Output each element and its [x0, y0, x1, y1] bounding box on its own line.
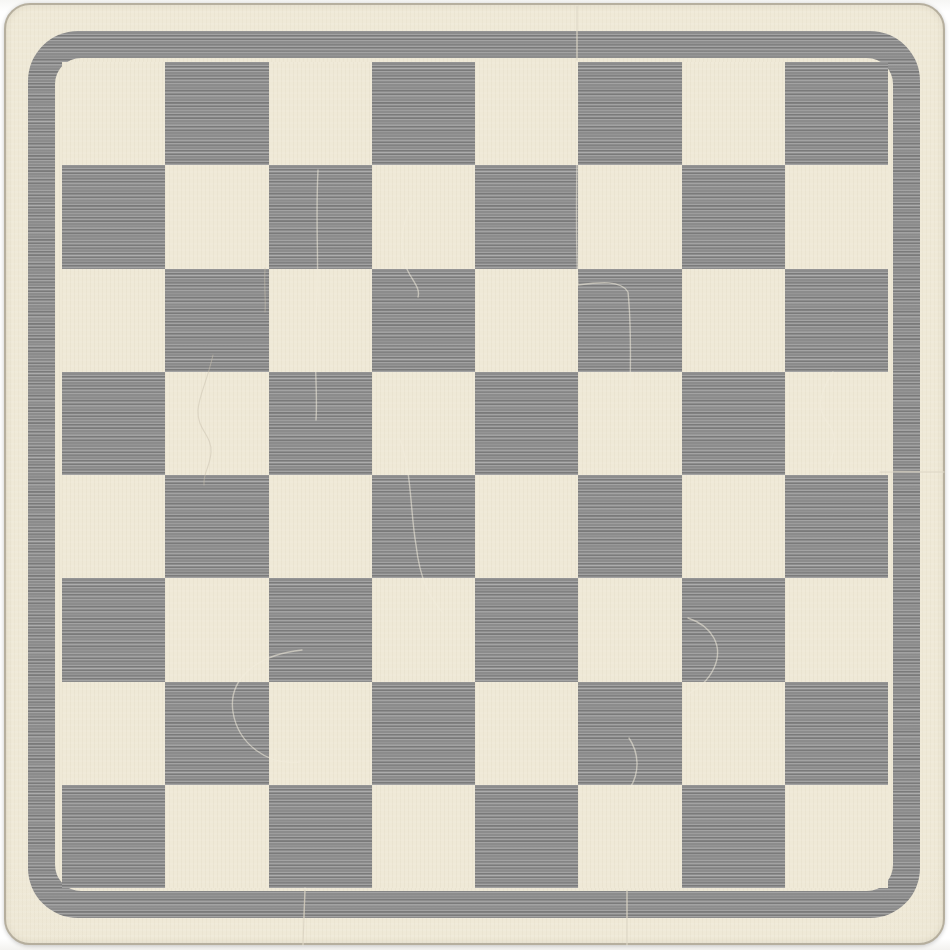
square-c5[interactable] [269, 372, 372, 475]
square-c8[interactable] [269, 62, 372, 165]
square-g3[interactable] [682, 578, 785, 681]
square-g6[interactable] [682, 269, 785, 372]
square-d5[interactable] [372, 372, 475, 475]
square-d3[interactable] [372, 578, 475, 681]
square-f2[interactable] [578, 682, 681, 785]
square-d7[interactable] [372, 165, 475, 268]
square-g7[interactable] [682, 165, 785, 268]
square-b2[interactable] [165, 682, 268, 785]
square-c1[interactable] [269, 785, 372, 888]
square-h5[interactable] [785, 372, 888, 475]
square-d8[interactable] [372, 62, 475, 165]
square-d4[interactable] [372, 475, 475, 578]
square-f8[interactable] [578, 62, 681, 165]
square-h4[interactable] [785, 475, 888, 578]
square-f7[interactable] [578, 165, 681, 268]
square-a1[interactable] [62, 785, 165, 888]
square-f5[interactable] [578, 372, 681, 475]
square-d2[interactable] [372, 682, 475, 785]
square-c2[interactable] [269, 682, 372, 785]
chessboard[interactable] [62, 62, 888, 888]
square-g1[interactable] [682, 785, 785, 888]
square-e3[interactable] [475, 578, 578, 681]
square-c3[interactable] [269, 578, 372, 681]
square-f4[interactable] [578, 475, 681, 578]
square-h6[interactable] [785, 269, 888, 372]
square-d6[interactable] [372, 269, 475, 372]
square-h7[interactable] [785, 165, 888, 268]
square-b8[interactable] [165, 62, 268, 165]
square-c7[interactable] [269, 165, 372, 268]
square-a2[interactable] [62, 682, 165, 785]
square-a4[interactable] [62, 475, 165, 578]
square-b4[interactable] [165, 475, 268, 578]
square-e1[interactable] [475, 785, 578, 888]
square-e7[interactable] [475, 165, 578, 268]
square-a3[interactable] [62, 578, 165, 681]
square-a7[interactable] [62, 165, 165, 268]
square-a6[interactable] [62, 269, 165, 372]
square-b1[interactable] [165, 785, 268, 888]
square-a8[interactable] [62, 62, 165, 165]
square-f3[interactable] [578, 578, 681, 681]
square-f6[interactable] [578, 269, 681, 372]
square-h3[interactable] [785, 578, 888, 681]
square-h2[interactable] [785, 682, 888, 785]
square-g8[interactable] [682, 62, 785, 165]
square-g4[interactable] [682, 475, 785, 578]
square-f1[interactable] [578, 785, 681, 888]
square-b6[interactable] [165, 269, 268, 372]
square-c4[interactable] [269, 475, 372, 578]
square-h8[interactable] [785, 62, 888, 165]
square-a5[interactable] [62, 372, 165, 475]
square-h1[interactable] [785, 785, 888, 888]
square-d1[interactable] [372, 785, 475, 888]
square-b3[interactable] [165, 578, 268, 681]
square-e5[interactable] [475, 372, 578, 475]
square-g2[interactable] [682, 682, 785, 785]
square-b5[interactable] [165, 372, 268, 475]
square-e2[interactable] [475, 682, 578, 785]
square-e4[interactable] [475, 475, 578, 578]
square-c6[interactable] [269, 269, 372, 372]
square-e6[interactable] [475, 269, 578, 372]
square-e8[interactable] [475, 62, 578, 165]
square-b7[interactable] [165, 165, 268, 268]
square-g5[interactable] [682, 372, 785, 475]
photo-background [0, 0, 950, 950]
